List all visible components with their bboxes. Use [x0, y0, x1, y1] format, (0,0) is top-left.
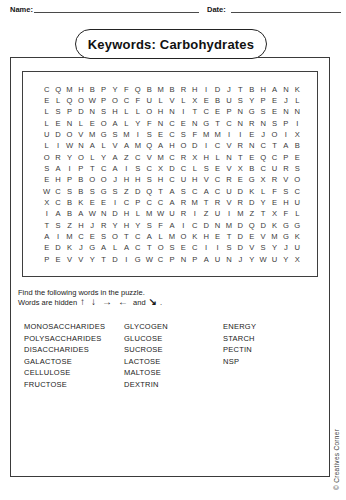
grid-cell: D	[235, 231, 246, 242]
grid-cell: S	[269, 118, 280, 129]
date-label: Date:	[207, 5, 226, 14]
grid-cell: Y	[87, 254, 98, 265]
grid-cell: E	[246, 152, 257, 163]
grid-cell: G	[98, 186, 109, 197]
grid-cell: B	[75, 186, 86, 197]
grid-cell: O	[64, 129, 75, 140]
grid-cell: T	[235, 152, 246, 163]
grid-cell: C	[166, 152, 177, 163]
grid-cell: D	[109, 208, 120, 219]
grid-cell: V	[246, 242, 257, 253]
grid-cell: A	[121, 141, 132, 152]
grid-cell: M	[269, 231, 280, 242]
grid-cell: Q	[52, 84, 63, 95]
grid-cell: I	[235, 129, 246, 140]
grid-cell: T	[223, 231, 234, 242]
word-list-item: FRUCTOSE	[24, 379, 105, 391]
word-list-item: CELLULOSE	[24, 367, 105, 379]
grid-cell: I	[200, 84, 211, 95]
grid-cell: A	[144, 231, 155, 242]
grid-cell: H	[52, 175, 63, 186]
grid-cell: M	[64, 231, 75, 242]
grid-cell: X	[292, 129, 303, 140]
grid-cell: U	[212, 254, 223, 265]
grid-cell: W	[155, 208, 166, 219]
grid-cell: O	[144, 107, 155, 118]
grid-cell: P	[75, 163, 86, 174]
copyright-credit: © Creatives Corner	[333, 429, 340, 490]
grid-cell: R	[235, 141, 246, 152]
grid-cell: J	[257, 129, 268, 140]
grid-cell: H	[155, 175, 166, 186]
grid-cell: L	[212, 152, 223, 163]
grid-cell: A	[166, 197, 177, 208]
grid-cell: R	[178, 152, 189, 163]
grid-cell: D	[235, 242, 246, 253]
grid-cell: O	[87, 175, 98, 186]
grid-cell: C	[132, 231, 143, 242]
grid-cell: O	[178, 141, 189, 152]
grid-cell: S	[109, 186, 120, 197]
grid-cell: X	[235, 163, 246, 174]
grid-cell: O	[109, 95, 120, 106]
grid-cell: U	[269, 163, 280, 174]
grid-cell: E	[87, 197, 98, 208]
grid-cell: H	[75, 84, 86, 95]
grid-cell: I	[64, 163, 75, 174]
grid-cell: L	[292, 95, 303, 106]
grid-cell: W	[257, 254, 268, 265]
grid-cell: N	[257, 118, 268, 129]
grid-cell: D	[246, 197, 257, 208]
page-title: Keywords: Carbohydrates	[88, 37, 254, 52]
grid-cell: P	[223, 107, 234, 118]
grid-cell: L	[87, 152, 98, 163]
grid-cell: A	[109, 152, 120, 163]
word-list-item: MONOSACCHARIDES	[24, 321, 105, 333]
grid-cell: P	[64, 107, 75, 118]
grid-cell: V	[144, 152, 155, 163]
grid-cell: C	[155, 197, 166, 208]
arrow-up-icon: ↑	[80, 297, 85, 307]
grid-cell: Q	[144, 186, 155, 197]
grid-cell: H	[280, 197, 291, 208]
grid-cell: K	[189, 231, 200, 242]
grid-cell: Z	[121, 152, 132, 163]
grid-cell: A	[41, 231, 52, 242]
grid-cell: O	[292, 175, 303, 186]
word-list-item: GALACTOSE	[24, 356, 105, 368]
grid-cell: U	[223, 95, 234, 106]
grid-cell: O	[41, 152, 52, 163]
grid-cell: C	[155, 254, 166, 265]
grid-cell: C	[292, 186, 303, 197]
grid-cell: A	[109, 163, 120, 174]
grid-cell: L	[189, 163, 200, 174]
grid-cell: E	[41, 242, 52, 253]
grid-cell: D	[235, 186, 246, 197]
grid-cell: M	[155, 152, 166, 163]
instructions-line2: Words are hidden ↑ ↓ → ← and ↘ .	[18, 297, 162, 307]
grid-cell: E	[200, 95, 211, 106]
grid-cell: V	[75, 129, 86, 140]
word-list-column-2: GLYCOGENGLUCOSESUCROSELACTOSEMALTOSEDEXT…	[124, 321, 168, 391]
worksheet-page: { "game": "word-search", "title": "Keywo…	[0, 0, 346, 500]
grid-cell: E	[52, 254, 63, 265]
grid-cell: E	[41, 175, 52, 186]
grid-cell: G	[292, 220, 303, 231]
grid-cell: A	[52, 163, 63, 174]
grid-cell: W	[41, 186, 52, 197]
grid-cell: O	[269, 129, 280, 140]
grid-cell: M	[144, 208, 155, 219]
grid-cell: F	[132, 95, 143, 106]
grid-cell: L	[132, 208, 143, 219]
grid-cell: E	[178, 242, 189, 253]
grid-cell: P	[280, 118, 291, 129]
grid-cell: I	[121, 163, 132, 174]
grid-cell: D	[200, 220, 211, 231]
grid-cell: U	[178, 175, 189, 186]
grid-cell: B	[246, 163, 257, 174]
grid-cell: I	[223, 129, 234, 140]
grid-cell: I	[200, 242, 211, 253]
grid-cell: S	[132, 163, 143, 174]
grid-cell: N	[75, 141, 86, 152]
grid-cell: D	[109, 254, 120, 265]
grid-cell: O	[98, 118, 109, 129]
grid-cell: A	[200, 186, 211, 197]
grid-cell: Y	[109, 84, 120, 95]
grid-cell: U	[292, 197, 303, 208]
grid-cell: M	[235, 208, 246, 219]
grid-cell: S	[144, 175, 155, 186]
grid-cell: C	[52, 197, 63, 208]
grid-cell: P	[98, 84, 109, 95]
grid-cell: D	[75, 107, 86, 118]
grid-cell: H	[189, 175, 200, 186]
grid-cell: L	[155, 231, 166, 242]
grid-cell: N	[235, 107, 246, 118]
grid-cell: C	[189, 242, 200, 253]
grid-cell: Z	[246, 208, 257, 219]
arrow-down-icon: ↓	[91, 297, 96, 307]
grid-cell: D	[212, 84, 223, 95]
grid-cell: D	[52, 242, 63, 253]
grid-cell: H	[121, 208, 132, 219]
grid-cell: S	[166, 242, 177, 253]
grid-cell: B	[87, 84, 98, 95]
grid-cell: A	[121, 242, 132, 253]
grid-cell: G	[246, 107, 257, 118]
grid-cell: N	[212, 220, 223, 231]
grid-cell: F	[121, 84, 132, 95]
grid-cell: G	[280, 231, 291, 242]
grid-cell: R	[178, 84, 189, 95]
grid-cell: L	[132, 107, 143, 118]
grid-cell: V	[75, 254, 86, 265]
grid-cell: R	[223, 175, 234, 186]
grid-cell: E	[269, 197, 280, 208]
grid-cell: C	[257, 163, 268, 174]
grid-cell: G	[132, 254, 143, 265]
grid-cell: T	[41, 220, 52, 231]
period-text: .	[160, 298, 162, 307]
grid-cell: J	[109, 175, 120, 186]
grid-cell: S	[178, 186, 189, 197]
grid-cell: Q	[144, 141, 155, 152]
grid-cell: Q	[257, 152, 268, 163]
grid-cell: C	[41, 84, 52, 95]
grid-cell: J	[280, 242, 291, 253]
grid-cell: V	[257, 231, 268, 242]
grid-cell: S	[98, 231, 109, 242]
grid-cell: P	[132, 197, 143, 208]
grid-cell: T	[144, 242, 155, 253]
grid-cell: Y	[132, 220, 143, 231]
grid-cell: P	[280, 152, 291, 163]
grid-cell: U	[166, 208, 177, 219]
grid-cell: G	[246, 175, 257, 186]
grid-cell: A	[75, 208, 86, 219]
grid-cell: C	[132, 152, 143, 163]
grid-cell: I	[121, 254, 132, 265]
grid-cell: C	[200, 107, 211, 118]
grid-cell: L	[257, 186, 268, 197]
grid-cell: I	[41, 208, 52, 219]
grid-cell: M	[200, 129, 211, 140]
grid-cell: L	[98, 141, 109, 152]
grid-cell: Y	[269, 242, 280, 253]
grid-cell: D	[235, 220, 246, 231]
grid-cell: S	[87, 186, 98, 197]
grid-cell: B	[64, 208, 75, 219]
grid-cell: S	[109, 129, 120, 140]
grid-cell: M	[189, 197, 200, 208]
grid-cell: A	[98, 242, 109, 253]
grid-cell: J	[280, 95, 291, 106]
grid-cell: R	[269, 175, 280, 186]
grid-cell: A	[155, 141, 166, 152]
grid-cell: C	[166, 175, 177, 186]
grid-cell: I	[132, 129, 143, 140]
grid-cell: X	[292, 254, 303, 265]
arrow-diagonal-down-right-icon: ↘	[149, 297, 157, 307]
grid-cell: M	[87, 129, 98, 140]
grid-cell: H	[189, 84, 200, 95]
grid-cell: N	[98, 208, 109, 219]
grid-cell: L	[121, 107, 132, 118]
grid-cell: S	[257, 242, 268, 253]
grid-cell: Y	[132, 118, 143, 129]
grid-cell: H	[109, 107, 120, 118]
grid-cell: R	[52, 152, 63, 163]
grid-cell: G	[87, 242, 98, 253]
word-list-item: ENERGY	[223, 321, 256, 333]
grid-cell: O	[98, 175, 109, 186]
grid-cell: P	[64, 175, 75, 186]
grid-cell: S	[257, 107, 268, 118]
grid-cell: O	[178, 231, 189, 242]
grid-cell: S	[41, 163, 52, 174]
grid-cell: G	[280, 220, 291, 231]
grid-cell: J	[75, 242, 86, 253]
grid-cell: T	[155, 186, 166, 197]
grid-cell: L	[109, 242, 120, 253]
grid-cell: H	[257, 84, 268, 95]
grid-cell: L	[41, 107, 52, 118]
grid-cell: T	[87, 163, 98, 174]
grid-cell: I	[109, 197, 120, 208]
arrow-left-icon: ←	[118, 297, 128, 307]
grid-cell: V	[223, 197, 234, 208]
grid-cell: U	[144, 95, 155, 106]
grid-cell: B	[144, 84, 155, 95]
grid-cell: O	[109, 231, 120, 242]
grid-cell: E	[87, 231, 98, 242]
grid-cell: V	[166, 95, 177, 106]
grid-cell: X	[189, 95, 200, 106]
grid-cell: B	[246, 84, 257, 95]
grid-cell: J	[235, 254, 246, 265]
grid-cell: L	[41, 141, 52, 152]
grid-cell: S	[144, 129, 155, 140]
grid-cell: R	[178, 197, 189, 208]
grid-cell: I	[52, 231, 63, 242]
grid-cell: G	[98, 129, 109, 140]
grid-cell: F	[269, 186, 280, 197]
grid-cell: K	[64, 242, 75, 253]
grid-cell: X	[41, 197, 52, 208]
grid-cell: C	[189, 186, 200, 197]
grid-cell: C	[144, 197, 155, 208]
grid-cell: P	[189, 254, 200, 265]
grid-cell: V	[223, 163, 234, 174]
grid-cell: M	[166, 231, 177, 242]
grid-cell: L	[41, 118, 52, 129]
grid-cell: H	[132, 175, 143, 186]
grid-cell: E	[246, 129, 257, 140]
grid-cell: L	[75, 118, 86, 129]
grid-cell: O	[155, 242, 166, 253]
grid-cell: I	[223, 208, 234, 219]
grid-cell: M	[132, 141, 143, 152]
grid-cell: N	[178, 254, 189, 265]
grid-cell: R	[212, 197, 223, 208]
grid-cell: I	[52, 141, 63, 152]
grid-cell: C	[212, 186, 223, 197]
name-blank-line	[34, 12, 199, 13]
word-list-item: POLYSACCHARIDES	[24, 333, 105, 345]
grid-cell: N	[223, 254, 234, 265]
grid-cell: E	[269, 95, 280, 106]
grid-cell: Y	[246, 254, 257, 265]
grid-cell: N	[155, 118, 166, 129]
grid-cell: M	[121, 129, 132, 140]
word-list-item: GLYCOGEN	[124, 321, 168, 333]
grid-cell: S	[223, 242, 234, 253]
grid-cell: U	[41, 129, 52, 140]
grid-cell: E	[212, 231, 223, 242]
grid-cell: I	[178, 220, 189, 231]
grid-cell: S	[144, 220, 155, 231]
grid-cell: M	[223, 220, 234, 231]
grid-cell: C	[166, 129, 177, 140]
title-bubble: Keywords: Carbohydrates	[75, 29, 267, 59]
grid-cell: E	[87, 118, 98, 129]
grid-cell: B	[75, 175, 86, 186]
grid-cell: T	[212, 118, 223, 129]
grid-cell: T	[121, 231, 132, 242]
grid-cell: K	[292, 84, 303, 95]
grid-cell: C	[121, 95, 132, 106]
grid-cell: J	[87, 220, 98, 231]
grid-cell: Z	[121, 186, 132, 197]
grid-cell: S	[235, 95, 246, 106]
grid-cell: B	[292, 141, 303, 152]
grid-cell: D	[132, 186, 143, 197]
grid-cell: I	[292, 118, 303, 129]
grid-cell: Q	[64, 95, 75, 106]
word-list-item: NSP	[223, 356, 256, 368]
grid-cell: E	[269, 107, 280, 118]
grid-cell: Q	[246, 220, 257, 231]
grid-cell: C	[132, 242, 143, 253]
grid-cell: S	[52, 107, 63, 118]
grid-cell: N	[189, 118, 200, 129]
grid-cell: Z	[200, 208, 211, 219]
grid-cell: N	[87, 107, 98, 118]
grid-cell: F	[280, 208, 291, 219]
grid-cell: O	[75, 95, 86, 106]
grid-cell: N	[292, 107, 303, 118]
grid-cell: I	[189, 208, 200, 219]
grid-cell: T	[98, 254, 109, 265]
word-list-item: LACTOSE	[124, 356, 168, 368]
grid-cell: I	[212, 242, 223, 253]
grid-cell: V	[64, 254, 75, 265]
grid-cell: R	[235, 197, 246, 208]
grid-cell: E	[155, 129, 166, 140]
grid-cell: E	[178, 118, 189, 129]
grid-cell: H	[155, 107, 166, 118]
grid-cell: J	[223, 84, 234, 95]
grid-cell: Y	[280, 254, 291, 265]
word-list-item: DISACCHARIDES	[24, 344, 105, 356]
grid-cell: Y	[64, 152, 75, 163]
grid-cell: S	[98, 107, 109, 118]
grid-cell: P	[166, 254, 177, 265]
grid-cell: N	[235, 118, 246, 129]
grid-cell: C	[98, 163, 109, 174]
grid-cell: H	[75, 220, 86, 231]
grid-cell: U	[212, 208, 223, 219]
grid-cell: D	[189, 141, 200, 152]
grid-cell: A	[200, 254, 211, 265]
grid-cell: Y	[246, 95, 257, 106]
grid-cell: V	[280, 175, 291, 186]
grid-cell: A	[280, 141, 291, 152]
grid-cell: C	[75, 231, 86, 242]
instructions-line2-text: Words are hidden	[18, 298, 77, 307]
grid-cell: S	[52, 220, 63, 231]
grid-cell: C	[257, 141, 268, 152]
grid-cell: A	[166, 186, 177, 197]
word-list-item: STARCH	[223, 333, 256, 345]
grid-cell: C	[269, 152, 280, 163]
grid-cell: Q	[132, 84, 143, 95]
grid-cell: P	[98, 95, 109, 106]
